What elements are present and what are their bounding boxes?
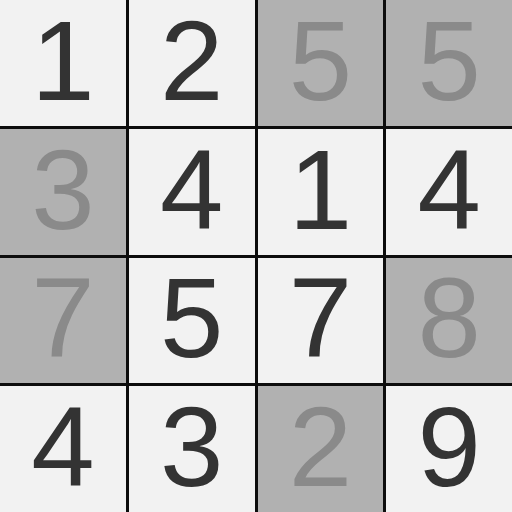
grid-cell-r2c0[interactable]: 7 (0, 258, 126, 384)
cell-digit: 7 (289, 261, 352, 375)
grid-cell-r3c2[interactable]: 2 (258, 386, 384, 512)
grid-cell-r2c2[interactable]: 7 (258, 258, 384, 384)
grid-cell-r0c3[interactable]: 5 (386, 0, 512, 126)
cell-digit: 3 (31, 133, 94, 247)
number-grid-board: 1255341475784329 (0, 0, 512, 512)
cell-digit: 5 (160, 261, 223, 375)
cell-digit: 5 (417, 4, 480, 118)
grid-cell-r0c0[interactable]: 1 (0, 0, 126, 126)
grid-cell-r3c0[interactable]: 4 (0, 386, 126, 512)
cell-digit: 9 (417, 390, 480, 504)
grid-cell-r0c1[interactable]: 2 (129, 0, 255, 126)
cell-digit: 7 (31, 261, 94, 375)
cell-digit: 1 (289, 133, 352, 247)
grid-cell-r1c1[interactable]: 4 (129, 129, 255, 255)
grid-cell-r1c0[interactable]: 3 (0, 129, 126, 255)
grid-cell-r1c3[interactable]: 4 (386, 129, 512, 255)
grid-cell-r1c2[interactable]: 1 (258, 129, 384, 255)
cell-digit: 2 (160, 4, 223, 118)
cell-digit: 4 (160, 133, 223, 247)
grid-cell-r0c2[interactable]: 5 (258, 0, 384, 126)
grid-cell-r2c1[interactable]: 5 (129, 258, 255, 384)
grid-cell-r3c3[interactable]: 9 (386, 386, 512, 512)
grid-cell-r3c1[interactable]: 3 (129, 386, 255, 512)
cell-digit: 5 (289, 4, 352, 118)
cell-digit: 2 (289, 390, 352, 504)
cell-digit: 4 (31, 390, 94, 504)
cell-digit: 4 (417, 133, 480, 247)
cell-digit: 1 (31, 4, 94, 118)
cell-digit: 3 (160, 390, 223, 504)
cell-digit: 8 (417, 261, 480, 375)
grid-cell-r2c3[interactable]: 8 (386, 258, 512, 384)
